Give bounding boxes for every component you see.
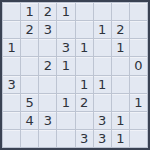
- cell-r4c5[interactable]: [76, 57, 93, 74]
- cell-r8c7[interactable]: 1: [112, 130, 129, 147]
- cell-r1c3[interactable]: 2: [39, 3, 56, 20]
- cell-r4c1[interactable]: [3, 57, 20, 74]
- cell-r7c8[interactable]: [130, 112, 147, 129]
- cell-r1c1[interactable]: [3, 3, 20, 20]
- cell-r2c3[interactable]: 3: [39, 21, 56, 38]
- cell-r5c6[interactable]: 1: [94, 76, 111, 93]
- cell-r1c5[interactable]: [76, 3, 93, 20]
- cell-r7c6[interactable]: 3: [94, 112, 111, 129]
- cell-r8c1[interactable]: [3, 130, 20, 147]
- cell-r4c2[interactable]: [21, 57, 38, 74]
- cell-r1c2[interactable]: 1: [21, 3, 38, 20]
- cell-r5c3[interactable]: [39, 76, 56, 93]
- cell-r3c1[interactable]: 1: [3, 39, 20, 56]
- cell-r4c7[interactable]: [112, 57, 129, 74]
- cell-r5c2[interactable]: [21, 76, 38, 93]
- cell-r7c3[interactable]: 3: [39, 112, 56, 129]
- cell-r8c3[interactable]: [39, 130, 56, 147]
- cell-r1c4[interactable]: 1: [57, 3, 74, 20]
- puzzle-grid: 1212312131121031151214331331: [2, 2, 148, 148]
- cell-r6c7[interactable]: [112, 94, 129, 111]
- cell-r7c1[interactable]: [3, 112, 20, 129]
- cell-r8c5[interactable]: 3: [76, 130, 93, 147]
- cell-r3c6[interactable]: [94, 39, 111, 56]
- cell-r3c3[interactable]: [39, 39, 56, 56]
- cell-r3c7[interactable]: 1: [112, 39, 129, 56]
- cell-r8c6[interactable]: 3: [94, 130, 111, 147]
- cell-r4c8[interactable]: 0: [130, 57, 147, 74]
- cell-r8c8[interactable]: [130, 130, 147, 147]
- cell-r4c6[interactable]: [94, 57, 111, 74]
- cell-r1c8[interactable]: [130, 3, 147, 20]
- cell-r2c2[interactable]: 2: [21, 21, 38, 38]
- cell-r6c8[interactable]: 1: [130, 94, 147, 111]
- cell-r4c4[interactable]: 1: [57, 57, 74, 74]
- cell-r5c5[interactable]: 1: [76, 76, 93, 93]
- cell-r3c8[interactable]: [130, 39, 147, 56]
- cell-r3c2[interactable]: [21, 39, 38, 56]
- puzzle-board-frame: 1212312131121031151214331331: [0, 0, 150, 150]
- cell-r7c7[interactable]: 1: [112, 112, 129, 129]
- cell-r6c6[interactable]: [94, 94, 111, 111]
- cell-r3c4[interactable]: 3: [57, 39, 74, 56]
- cell-r5c8[interactable]: [130, 76, 147, 93]
- cell-r7c5[interactable]: [76, 112, 93, 129]
- cell-r7c2[interactable]: 4: [21, 112, 38, 129]
- cell-r4c3[interactable]: 2: [39, 57, 56, 74]
- cell-r2c1[interactable]: [3, 21, 20, 38]
- cell-r8c2[interactable]: [21, 130, 38, 147]
- cell-r2c5[interactable]: [76, 21, 93, 38]
- cell-r3c5[interactable]: 1: [76, 39, 93, 56]
- cell-r5c1[interactable]: 3: [3, 76, 20, 93]
- cell-r6c5[interactable]: 2: [76, 94, 93, 111]
- cell-r2c8[interactable]: [130, 21, 147, 38]
- cell-r8c4[interactable]: [57, 130, 74, 147]
- cell-r7c4[interactable]: [57, 112, 74, 129]
- cell-r6c3[interactable]: [39, 94, 56, 111]
- cell-r5c4[interactable]: [57, 76, 74, 93]
- cell-r6c4[interactable]: 1: [57, 94, 74, 111]
- cell-r1c6[interactable]: [94, 3, 111, 20]
- cell-r2c4[interactable]: [57, 21, 74, 38]
- cell-r2c7[interactable]: 2: [112, 21, 129, 38]
- cell-r2c6[interactable]: 1: [94, 21, 111, 38]
- cell-r6c2[interactable]: 5: [21, 94, 38, 111]
- cell-r1c7[interactable]: [112, 3, 129, 20]
- cell-r5c7[interactable]: [112, 76, 129, 93]
- cell-r6c1[interactable]: [3, 94, 20, 111]
